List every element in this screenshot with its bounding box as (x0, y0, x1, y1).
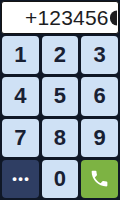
phone-handset-icon (89, 168, 110, 189)
key-2[interactable]: 2 (42, 36, 79, 74)
more-options-dots: ••• (12, 172, 30, 185)
dial-keypad: 1 2 3 4 5 6 7 8 9 ••• 0 (0, 34, 120, 200)
more-options-button[interactable]: ••• (2, 160, 39, 198)
key-3[interactable]: 3 (81, 36, 118, 74)
dialed-number-display[interactable]: +123456 (1, 1, 119, 34)
key-8[interactable]: 8 (42, 119, 79, 157)
key-6[interactable]: 6 (81, 77, 118, 115)
key-1[interactable]: 1 (2, 36, 39, 74)
key-7[interactable]: 7 (2, 119, 39, 157)
dialed-number: +123456 (2, 7, 109, 28)
key-0[interactable]: 0 (42, 160, 79, 198)
phone-dialer-screen: +123456 1 2 3 4 5 6 7 8 9 ••• 0 (0, 0, 120, 200)
key-9[interactable]: 9 (81, 119, 118, 157)
key-5[interactable]: 5 (42, 77, 79, 115)
key-4[interactable]: 4 (2, 77, 39, 115)
call-button[interactable] (81, 160, 118, 198)
clipped-digit-indicator (110, 10, 117, 25)
